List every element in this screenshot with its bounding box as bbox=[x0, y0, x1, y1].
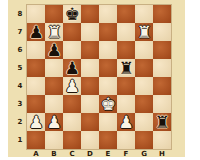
black-king-c8[interactable]: ♚ bbox=[64, 5, 79, 23]
square-e3[interactable]: ♚ bbox=[99, 95, 117, 113]
square-d2[interactable] bbox=[81, 113, 99, 131]
square-f4[interactable] bbox=[117, 77, 135, 95]
square-f8[interactable] bbox=[117, 5, 135, 23]
square-c4[interactable]: ♟ bbox=[63, 77, 81, 95]
black-pawn-c5[interactable]: ♟ bbox=[64, 59, 79, 77]
file-label-b: B bbox=[45, 150, 63, 158]
square-f3[interactable] bbox=[117, 95, 135, 113]
square-e7[interactable] bbox=[99, 23, 117, 41]
square-c8[interactable]: ♚ bbox=[63, 5, 81, 23]
file-label-g: G bbox=[135, 150, 153, 158]
rank-label-7: 7 bbox=[14, 23, 26, 41]
square-g8[interactable] bbox=[135, 5, 153, 23]
square-b8[interactable] bbox=[45, 5, 63, 23]
square-h4[interactable] bbox=[153, 77, 171, 95]
square-b7[interactable]: ♜ bbox=[45, 23, 63, 41]
square-e2[interactable] bbox=[99, 113, 117, 131]
square-f2[interactable]: ♟ bbox=[117, 113, 135, 131]
white-pawn-f2[interactable]: ♟ bbox=[118, 113, 133, 131]
square-c2[interactable] bbox=[63, 113, 81, 131]
square-c7[interactable] bbox=[63, 23, 81, 41]
square-a2[interactable]: ♟ bbox=[27, 113, 45, 131]
square-d7[interactable] bbox=[81, 23, 99, 41]
square-g7[interactable]: ♜ bbox=[135, 23, 153, 41]
square-e6[interactable] bbox=[99, 41, 117, 59]
chess-board-panel: 87654321 ♚♟♜♜♟♟♜♟♚♟♟♟♜ ABCDEFGH bbox=[8, 0, 185, 157]
square-h2[interactable]: ♜ bbox=[153, 113, 171, 131]
file-label-e: E bbox=[99, 150, 117, 158]
file-label-c: C bbox=[63, 150, 81, 158]
square-g1[interactable] bbox=[135, 131, 153, 149]
chess-board[interactable]: ♚♟♜♜♟♟♜♟♚♟♟♟♜ bbox=[27, 5, 171, 149]
square-a6[interactable] bbox=[27, 41, 45, 59]
square-h1[interactable] bbox=[153, 131, 171, 149]
rank-label-1: 1 bbox=[14, 131, 26, 149]
black-pawn-b6[interactable]: ♟ bbox=[46, 41, 61, 59]
square-h8[interactable] bbox=[153, 5, 171, 23]
square-f6[interactable] bbox=[117, 41, 135, 59]
file-label-h: H bbox=[153, 150, 171, 158]
square-b6[interactable]: ♟ bbox=[45, 41, 63, 59]
square-e1[interactable] bbox=[99, 131, 117, 149]
square-e4[interactable] bbox=[99, 77, 117, 95]
white-king-e3[interactable]: ♚ bbox=[100, 95, 115, 113]
black-pawn-a7[interactable]: ♟ bbox=[28, 23, 43, 41]
square-h7[interactable] bbox=[153, 23, 171, 41]
square-g3[interactable] bbox=[135, 95, 153, 113]
white-pawn-b2[interactable]: ♟ bbox=[46, 113, 61, 131]
square-d8[interactable] bbox=[81, 5, 99, 23]
square-a8[interactable] bbox=[27, 5, 45, 23]
square-a4[interactable] bbox=[27, 77, 45, 95]
square-d5[interactable] bbox=[81, 59, 99, 77]
square-a5[interactable] bbox=[27, 59, 45, 77]
file-labels: ABCDEFGH bbox=[27, 150, 171, 158]
file-label-f: F bbox=[117, 150, 135, 158]
black-rook-f5[interactable]: ♜ bbox=[118, 59, 133, 77]
square-d6[interactable] bbox=[81, 41, 99, 59]
square-d1[interactable] bbox=[81, 131, 99, 149]
square-e5[interactable] bbox=[99, 59, 117, 77]
square-f7[interactable] bbox=[117, 23, 135, 41]
square-d4[interactable] bbox=[81, 77, 99, 95]
square-a3[interactable] bbox=[27, 95, 45, 113]
rank-label-3: 3 bbox=[14, 95, 26, 113]
rank-label-2: 2 bbox=[14, 113, 26, 131]
white-pawn-c4[interactable]: ♟ bbox=[64, 77, 79, 95]
rank-labels: 87654321 bbox=[14, 5, 26, 149]
square-g5[interactable] bbox=[135, 59, 153, 77]
square-c5[interactable]: ♟ bbox=[63, 59, 81, 77]
square-g4[interactable] bbox=[135, 77, 153, 95]
square-b4[interactable] bbox=[45, 77, 63, 95]
square-f5[interactable]: ♜ bbox=[117, 59, 135, 77]
white-rook-b7[interactable]: ♜ bbox=[46, 23, 61, 41]
square-a7[interactable]: ♟ bbox=[27, 23, 45, 41]
rank-label-5: 5 bbox=[14, 59, 26, 77]
file-label-d: D bbox=[81, 150, 99, 158]
square-b1[interactable] bbox=[45, 131, 63, 149]
square-h6[interactable] bbox=[153, 41, 171, 59]
square-h3[interactable] bbox=[153, 95, 171, 113]
square-c1[interactable] bbox=[63, 131, 81, 149]
square-d3[interactable] bbox=[81, 95, 99, 113]
square-a1[interactable] bbox=[27, 131, 45, 149]
square-e8[interactable] bbox=[99, 5, 117, 23]
square-f1[interactable] bbox=[117, 131, 135, 149]
rank-label-6: 6 bbox=[14, 41, 26, 59]
white-rook-g7[interactable]: ♜ bbox=[136, 23, 151, 41]
square-g2[interactable] bbox=[135, 113, 153, 131]
black-rook-h2[interactable]: ♜ bbox=[154, 113, 169, 131]
square-c6[interactable] bbox=[63, 41, 81, 59]
file-label-a: A bbox=[27, 150, 45, 158]
square-g6[interactable] bbox=[135, 41, 153, 59]
rank-label-4: 4 bbox=[14, 77, 26, 95]
rank-label-8: 8 bbox=[14, 5, 26, 23]
square-c3[interactable] bbox=[63, 95, 81, 113]
square-b3[interactable] bbox=[45, 95, 63, 113]
square-b2[interactable]: ♟ bbox=[45, 113, 63, 131]
white-pawn-a2[interactable]: ♟ bbox=[28, 113, 43, 131]
square-h5[interactable] bbox=[153, 59, 171, 77]
square-b5[interactable] bbox=[45, 59, 63, 77]
